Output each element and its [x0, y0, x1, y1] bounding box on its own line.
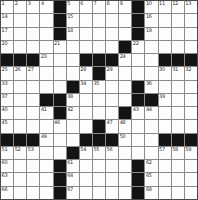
- black-cell-r13c11: [132, 160, 144, 172]
- clue-number-29: 29: [107, 67, 113, 72]
- cell-r12c5[interactable]: [54, 147, 66, 159]
- black-cell-r5c8: [93, 54, 105, 66]
- cell-r14c14[interactable]: [172, 173, 184, 185]
- clue-number-1: 1: [2, 1, 5, 6]
- crossword-board: 1234567891011121314151617181920212223242…: [0, 0, 198, 200]
- clue-number-66: 66: [2, 187, 8, 192]
- clue-number-47: 47: [107, 120, 113, 125]
- cell-r3c6[interactable]: 18: [67, 28, 79, 40]
- black-cell-r3c5: [54, 28, 66, 40]
- cell-r4c9[interactable]: [106, 41, 118, 53]
- clue-number-10: 10: [146, 1, 152, 6]
- clue-number-57: 57: [159, 147, 165, 152]
- clue-number-59: 59: [185, 147, 191, 152]
- cell-r10c1[interactable]: 45: [1, 120, 13, 132]
- cell-r4c11[interactable]: 22: [132, 41, 144, 53]
- cell-r6c15[interactable]: 32: [185, 67, 197, 79]
- clue-number-36: 36: [146, 81, 152, 86]
- clue-number-28: 28: [80, 67, 86, 72]
- clue-number-41: 41: [41, 107, 47, 112]
- clue-number-19: 19: [146, 28, 152, 33]
- cell-r6c1[interactable]: 25: [1, 67, 13, 79]
- clue-number-44: 44: [146, 107, 152, 112]
- black-cell-r1c11: [132, 1, 144, 13]
- clue-number-53: 53: [28, 147, 34, 152]
- cell-r8c9[interactable]: [106, 94, 118, 106]
- cell-r14c3[interactable]: [27, 173, 39, 185]
- cell-r8c13[interactable]: 39: [159, 94, 171, 106]
- cell-r1c4[interactable]: 4: [40, 1, 52, 13]
- black-cell-r5c14: [172, 54, 184, 66]
- cell-r11c5[interactable]: [54, 134, 66, 146]
- clue-number-3: 3: [28, 1, 31, 6]
- cell-r13c10[interactable]: [119, 160, 131, 172]
- black-cell-r15c5: [54, 187, 66, 199]
- cell-r15c10[interactable]: [119, 187, 131, 199]
- clue-number-64: 64: [67, 173, 73, 178]
- cell-r3c12[interactable]: 19: [145, 28, 157, 40]
- cell-r9c3[interactable]: [27, 107, 39, 119]
- clue-number-21: 21: [54, 41, 60, 46]
- cell-r1c14[interactable]: 12: [172, 1, 184, 13]
- clue-number-20: 20: [2, 41, 8, 46]
- cell-r9c4[interactable]: 41: [40, 107, 52, 119]
- cell-r6c7[interactable]: 28: [80, 67, 92, 79]
- cell-r9c13[interactable]: [159, 107, 171, 119]
- cell-r9c11[interactable]: 43: [132, 107, 144, 119]
- black-cell-r11c9: [106, 134, 118, 146]
- cell-r8c15[interactable]: [185, 94, 197, 106]
- cell-r9c9[interactable]: [106, 107, 118, 119]
- cell-r7c5[interactable]: [54, 81, 66, 93]
- black-cell-r8c4: [40, 94, 52, 106]
- clue-number-4: 4: [41, 1, 44, 6]
- cell-r1c8[interactable]: 7: [93, 1, 105, 13]
- cell-r15c2[interactable]: [14, 187, 26, 199]
- cell-r6c6[interactable]: [67, 67, 79, 79]
- cell-r12c2[interactable]: 52: [14, 147, 26, 159]
- cell-r11c12[interactable]: [145, 134, 157, 146]
- clue-number-43: 43: [133, 107, 139, 112]
- cell-r14c6[interactable]: 64: [67, 173, 79, 185]
- cell-r9c7[interactable]: [80, 107, 92, 119]
- cell-r4c2[interactable]: [14, 41, 26, 53]
- cell-r6c14[interactable]: 31: [172, 67, 184, 79]
- cell-r14c10[interactable]: [119, 173, 131, 185]
- cell-r14c2[interactable]: [14, 173, 26, 185]
- clue-number-34: 34: [80, 81, 86, 86]
- cell-r9c8[interactable]: [93, 107, 105, 119]
- black-cell-r1c5: [54, 1, 66, 13]
- cell-r11c11[interactable]: [132, 134, 144, 146]
- clue-number-40: 40: [2, 107, 8, 112]
- black-cell-r15c11: [132, 187, 144, 199]
- clue-number-6: 6: [80, 1, 83, 6]
- cell-r5c12[interactable]: [145, 54, 157, 66]
- cell-r3c13[interactable]: [159, 28, 171, 40]
- cell-r7c4[interactable]: [40, 81, 52, 93]
- black-cell-r5c9: [106, 54, 118, 66]
- cell-r9c2[interactable]: [14, 107, 26, 119]
- cell-r13c2[interactable]: [14, 160, 26, 172]
- black-cell-r11c2: [14, 134, 26, 146]
- cell-r7c3[interactable]: [27, 81, 39, 93]
- black-cell-r11c3: [27, 134, 39, 146]
- black-cell-r4c10: [119, 41, 131, 53]
- clue-number-17: 17: [2, 28, 8, 33]
- cell-r4c12[interactable]: [145, 41, 157, 53]
- cell-r4c3[interactable]: [27, 41, 39, 53]
- cell-r10c11[interactable]: [132, 120, 144, 132]
- cell-r4c6[interactable]: [67, 41, 79, 53]
- cell-r11c6[interactable]: [67, 134, 79, 146]
- cell-r13c14[interactable]: [172, 160, 184, 172]
- cell-r7c10[interactable]: [119, 81, 131, 93]
- clue-number-2: 2: [15, 1, 18, 6]
- cell-r15c3[interactable]: [27, 187, 39, 199]
- cell-r14c4[interactable]: [40, 173, 52, 185]
- cell-r10c15[interactable]: [185, 120, 197, 132]
- cell-r10c14[interactable]: [172, 120, 184, 132]
- black-cell-r5c7: [80, 54, 92, 66]
- cell-r15c15[interactable]: [185, 187, 197, 199]
- clue-number-58: 58: [172, 147, 178, 152]
- cell-r6c10[interactable]: [119, 67, 131, 79]
- cell-r12c1[interactable]: 51: [1, 147, 13, 159]
- cell-r14c7[interactable]: [80, 173, 92, 185]
- black-cell-r2c11: [132, 14, 144, 26]
- cell-r15c4[interactable]: [40, 187, 52, 199]
- cell-r2c2[interactable]: [14, 14, 26, 26]
- cell-r15c7[interactable]: [80, 187, 92, 199]
- cell-r12c9[interactable]: 56: [106, 147, 118, 159]
- black-cell-r11c14: [172, 134, 184, 146]
- cell-r2c12[interactable]: 16: [145, 14, 157, 26]
- cell-r11c4[interactable]: 49: [40, 134, 52, 146]
- clue-number-24: 24: [120, 54, 126, 59]
- black-cell-r3c11: [132, 28, 144, 40]
- cell-r12c7[interactable]: 54: [80, 147, 92, 159]
- clue-number-33: 33: [2, 81, 8, 86]
- cell-r1c12[interactable]: 10: [145, 1, 157, 13]
- cell-r6c9[interactable]: 29: [106, 67, 118, 79]
- cell-r12c14[interactable]: 58: [172, 147, 184, 159]
- cell-r10c13[interactable]: [159, 120, 171, 132]
- clue-number-9: 9: [120, 1, 123, 6]
- clue-number-23: 23: [41, 54, 47, 59]
- black-cell-r9c10: [119, 107, 131, 119]
- cell-r1c10[interactable]: 9: [119, 1, 131, 13]
- cell-r1c3[interactable]: 3: [27, 1, 39, 13]
- clue-number-8: 8: [107, 1, 110, 6]
- clue-number-50: 50: [120, 134, 126, 139]
- cell-r9c15[interactable]: [185, 107, 197, 119]
- cell-r6c2[interactable]: 26: [14, 67, 26, 79]
- clue-number-65: 65: [146, 173, 152, 178]
- cell-r15c13[interactable]: [159, 187, 171, 199]
- cell-r4c8[interactable]: [93, 41, 105, 53]
- cell-r12c4[interactable]: [40, 147, 52, 159]
- cell-r10c5[interactable]: 46: [54, 120, 66, 132]
- cell-r15c14[interactable]: [172, 187, 184, 199]
- cell-r3c1[interactable]: 17: [1, 28, 13, 40]
- clue-number-25: 25: [2, 67, 8, 72]
- cell-r7c8[interactable]: 35: [93, 81, 105, 93]
- cell-r6c11[interactable]: [132, 67, 144, 79]
- cell-r7c12[interactable]: 36: [145, 81, 157, 93]
- cell-r14c8[interactable]: [93, 173, 105, 185]
- black-cell-r12c6: [67, 147, 79, 159]
- clue-number-56: 56: [107, 147, 113, 152]
- cell-r7c1[interactable]: 33: [1, 81, 13, 93]
- cell-r1c1[interactable]: 1: [1, 1, 13, 13]
- cell-r10c4[interactable]: [40, 120, 52, 132]
- clue-number-26: 26: [15, 67, 21, 72]
- cell-r5c4[interactable]: 23: [40, 54, 52, 66]
- cell-r11c10[interactable]: 50: [119, 134, 131, 146]
- cell-r3c7[interactable]: [80, 28, 92, 40]
- black-cell-r14c5: [54, 173, 66, 185]
- cell-r9c1[interactable]: 40: [1, 107, 13, 119]
- cell-r12c11[interactable]: [132, 147, 144, 159]
- cell-r3c15[interactable]: [185, 28, 197, 40]
- cell-r3c14[interactable]: [172, 28, 184, 40]
- cell-r4c7[interactable]: [80, 41, 92, 53]
- cell-r7c7[interactable]: 34: [80, 81, 92, 93]
- black-cell-r7c6: [67, 81, 79, 93]
- cell-r13c6[interactable]: 61: [67, 160, 79, 172]
- clue-number-16: 16: [146, 14, 152, 19]
- clue-number-7: 7: [93, 1, 96, 6]
- cell-r2c1[interactable]: 14: [1, 14, 13, 26]
- cell-r15c8[interactable]: [93, 187, 105, 199]
- cell-r2c9[interactable]: [106, 14, 118, 26]
- clue-number-60: 60: [2, 160, 8, 165]
- cell-r1c6[interactable]: 5: [67, 1, 79, 13]
- cell-r5c5[interactable]: [54, 54, 66, 66]
- clue-number-42: 42: [67, 107, 73, 112]
- clue-number-46: 46: [54, 120, 60, 125]
- clue-number-49: 49: [41, 134, 47, 139]
- cell-r15c6[interactable]: 67: [67, 187, 79, 199]
- cell-r1c2[interactable]: 2: [14, 1, 26, 13]
- clue-number-63: 63: [2, 173, 8, 178]
- clue-number-54: 54: [80, 147, 86, 152]
- black-cell-r7c11: [132, 81, 144, 93]
- cell-r13c8[interactable]: [93, 160, 105, 172]
- cell-r7c9[interactable]: [106, 81, 118, 93]
- cell-r3c9[interactable]: [106, 28, 118, 40]
- cell-r13c7[interactable]: [80, 160, 92, 172]
- cell-r10c6[interactable]: [67, 120, 79, 132]
- cell-r14c9[interactable]: [106, 173, 118, 185]
- clue-number-35: 35: [93, 81, 99, 86]
- cell-r4c4[interactable]: [40, 41, 52, 53]
- cell-r5c11[interactable]: [132, 54, 144, 66]
- clue-number-27: 27: [28, 67, 34, 72]
- clue-number-52: 52: [15, 147, 21, 152]
- clue-number-48: 48: [120, 120, 126, 125]
- black-cell-r2c5: [54, 14, 66, 26]
- black-cell-r6c8: [93, 67, 105, 79]
- black-cell-r8c11: [132, 94, 144, 106]
- cell-r8c7[interactable]: [80, 94, 92, 106]
- black-cell-r9c5: [54, 107, 66, 119]
- cell-r13c9[interactable]: [106, 160, 118, 172]
- cell-r4c1[interactable]: 20: [1, 41, 13, 53]
- cell-r1c7[interactable]: 6: [80, 1, 92, 13]
- cell-r13c12[interactable]: 62: [145, 160, 157, 172]
- cell-r12c15[interactable]: 59: [185, 147, 197, 159]
- cell-r9c12[interactable]: 44: [145, 107, 157, 119]
- cell-r10c12[interactable]: [145, 120, 157, 132]
- black-cell-r5c3: [27, 54, 39, 66]
- cell-r12c13[interactable]: 57: [159, 147, 171, 159]
- cell-r14c12[interactable]: 65: [145, 173, 157, 185]
- cell-r12c8[interactable]: 55: [93, 147, 105, 159]
- cell-r3c8[interactable]: [93, 28, 105, 40]
- cell-r10c3[interactable]: [27, 120, 39, 132]
- cell-r7c13[interactable]: [159, 81, 171, 93]
- clue-number-5: 5: [67, 1, 70, 6]
- black-cell-r8c12: [145, 94, 157, 106]
- cell-r8c3[interactable]: [27, 94, 39, 106]
- cell-r3c10[interactable]: [119, 28, 131, 40]
- cell-r15c9[interactable]: [106, 187, 118, 199]
- cell-r4c14[interactable]: [172, 41, 184, 53]
- black-cell-r11c1: [1, 134, 13, 146]
- cell-r2c4[interactable]: [40, 14, 52, 26]
- clue-number-37: 37: [2, 94, 8, 99]
- cell-r5c6[interactable]: [67, 54, 79, 66]
- cell-r7c14[interactable]: [172, 81, 184, 93]
- cell-r13c15[interactable]: [185, 160, 197, 172]
- cell-r2c13[interactable]: [159, 14, 171, 26]
- clue-number-12: 12: [172, 1, 178, 6]
- black-cell-r5c2: [14, 54, 26, 66]
- black-cell-r11c7: [80, 134, 92, 146]
- cell-r2c7[interactable]: [80, 14, 92, 26]
- cell-r6c4[interactable]: [40, 67, 52, 79]
- clue-number-32: 32: [185, 67, 191, 72]
- cell-r6c5[interactable]: [54, 67, 66, 79]
- cell-r6c12[interactable]: [145, 67, 157, 79]
- clue-number-51: 51: [2, 147, 8, 152]
- cell-r10c2[interactable]: [14, 120, 26, 132]
- cell-r1c9[interactable]: 8: [106, 1, 118, 13]
- cell-r6c13[interactable]: 30: [159, 67, 171, 79]
- cell-r8c8[interactable]: [93, 94, 105, 106]
- cell-r8c14[interactable]: [172, 94, 184, 106]
- cell-r1c15[interactable]: 13: [185, 1, 197, 13]
- black-cell-r13c5: [54, 160, 66, 172]
- cell-r4c13[interactable]: [159, 41, 171, 53]
- clue-number-45: 45: [2, 120, 8, 125]
- clue-number-14: 14: [2, 14, 8, 19]
- cell-r8c6[interactable]: 38: [67, 94, 79, 106]
- crossword-puzzle: 1234567891011121314151617181920212223242…: [0, 0, 198, 200]
- clue-number-38: 38: [67, 94, 73, 99]
- cell-r10c10[interactable]: 48: [119, 120, 131, 132]
- cell-r4c5[interactable]: 21: [54, 41, 66, 53]
- clue-number-13: 13: [185, 1, 191, 6]
- clue-number-22: 22: [133, 41, 139, 46]
- cell-r2c10[interactable]: [119, 14, 131, 26]
- black-cell-r5c13: [159, 54, 171, 66]
- clue-number-55: 55: [93, 147, 99, 152]
- cell-r9c14[interactable]: [172, 107, 184, 119]
- cell-r3c3[interactable]: [27, 28, 39, 40]
- cell-r7c15[interactable]: [185, 81, 197, 93]
- clue-number-39: 39: [159, 94, 165, 99]
- cell-r14c15[interactable]: [185, 173, 197, 185]
- cell-r12c12[interactable]: [145, 147, 157, 159]
- clue-number-30: 30: [159, 67, 165, 72]
- cell-r4c15[interactable]: [185, 41, 197, 53]
- cell-r8c1[interactable]: 37: [1, 94, 13, 106]
- cell-r13c13[interactable]: [159, 160, 171, 172]
- cell-r10c7[interactable]: [80, 120, 92, 132]
- cell-r6c3[interactable]: 27: [27, 67, 39, 79]
- clue-number-11: 11: [159, 1, 165, 6]
- cell-r8c2[interactable]: [14, 94, 26, 106]
- black-cell-r11c13: [159, 134, 171, 146]
- cell-r8c10[interactable]: [119, 94, 131, 106]
- cell-r15c12[interactable]: 68: [145, 187, 157, 199]
- cell-r13c3[interactable]: [27, 160, 39, 172]
- clue-number-62: 62: [146, 160, 152, 165]
- cell-r2c6[interactable]: 15: [67, 14, 79, 26]
- cell-r9c6[interactable]: 42: [67, 107, 79, 119]
- cell-r2c3[interactable]: [27, 14, 39, 26]
- cell-r10c9[interactable]: 47: [106, 120, 118, 132]
- cell-r2c14[interactable]: [172, 14, 184, 26]
- black-cell-r8c5: [54, 94, 66, 106]
- cell-r12c3[interactable]: 53: [27, 147, 39, 159]
- black-cell-r14c11: [132, 173, 144, 185]
- cell-r7c2[interactable]: [14, 81, 26, 93]
- clue-number-67: 67: [67, 187, 73, 192]
- cell-r1c13[interactable]: 11: [159, 1, 171, 13]
- cell-r13c1[interactable]: 60: [1, 160, 13, 172]
- cell-r5c10[interactable]: 24: [119, 54, 131, 66]
- cell-r14c13[interactable]: [159, 173, 171, 185]
- black-cell-r5c1: [1, 54, 13, 66]
- clue-number-61: 61: [67, 160, 73, 165]
- cell-r15c1[interactable]: 66: [1, 187, 13, 199]
- clue-number-31: 31: [172, 67, 178, 72]
- black-cell-r11c15: [185, 134, 197, 146]
- clue-number-18: 18: [67, 28, 73, 33]
- cell-r14c1[interactable]: 63: [1, 173, 13, 185]
- black-cell-r5c15: [185, 54, 197, 66]
- cell-r12c10[interactable]: [119, 147, 131, 159]
- cell-r13c4[interactable]: [40, 160, 52, 172]
- black-cell-r11c8: [93, 134, 105, 146]
- clue-number-15: 15: [67, 14, 73, 19]
- cell-r3c4[interactable]: [40, 28, 52, 40]
- cell-r2c15[interactable]: [185, 14, 197, 26]
- clue-number-68: 68: [146, 187, 152, 192]
- cell-r3c2[interactable]: [14, 28, 26, 40]
- black-cell-r10c8: [93, 120, 105, 132]
- cell-r2c8[interactable]: [93, 14, 105, 26]
